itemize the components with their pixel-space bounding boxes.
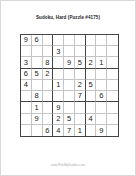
cell-r2c8 [96,46,107,57]
cell-r3c2 [32,57,43,68]
cell-r5c2 [32,80,43,91]
cell-r1c5 [64,35,75,46]
cell-r7c8 [96,102,107,113]
cell-r5c3 [43,80,54,91]
cell-r3c8: 1 [96,57,107,68]
cell-r6c7 [86,91,97,102]
cell-r7c5 [64,102,75,113]
cell-r7c4: 9 [53,102,64,113]
cell-r9c8: 9 [96,125,107,136]
cell-r8c5: 5 [64,114,75,125]
puzzle-title: Sudoku, Hard (Puzzle #4175) [1,15,135,20]
cell-r6c2: 8 [32,91,43,102]
cell-r3c9 [107,57,118,68]
cell-r4c8 [96,69,107,80]
cell-r2c3 [43,46,54,57]
cell-r9c7 [86,125,97,136]
cell-r6c6: 7 [75,91,86,102]
cell-r2c7 [86,46,97,57]
cell-r1c2: 6 [32,35,43,46]
cell-r3c3: 8 [43,57,54,68]
cell-r7c3 [43,102,54,113]
cell-r2c6 [75,46,86,57]
cell-r5c6: 2 [75,80,86,91]
cell-r2c1 [21,46,32,57]
cell-r6c5 [64,91,75,102]
cell-r4c4 [53,69,64,80]
cell-r7c1 [21,102,32,113]
cell-r8c7: 4 [86,114,97,125]
cell-r9c4: 4 [53,125,64,136]
cell-r1c8 [96,35,107,46]
cell-r5c9 [107,80,118,91]
page: Sudoku, Hard (Puzzle #4175) 963389521652… [0,0,136,176]
cell-r1c3 [43,35,54,46]
cell-r8c9 [107,114,118,125]
cell-r8c3 [43,114,54,125]
cell-r7c7 [86,102,97,113]
cell-r2c9 [107,46,118,57]
cell-r6c9 [107,91,118,102]
cell-r1c9 [107,35,118,46]
cell-r5c1: 4 [21,80,32,91]
cell-r9c5: 7 [64,125,75,136]
cell-r4c7 [86,69,97,80]
cell-r1c6 [75,35,86,46]
cell-r8c8 [96,114,107,125]
cell-r8c2: 9 [32,114,43,125]
cell-r9c3: 6 [43,125,54,136]
cell-r1c4 [53,35,64,46]
cell-r2c2 [32,46,43,57]
cell-r2c5 [64,46,75,57]
cell-r9c1 [21,125,32,136]
cell-r6c3 [43,91,54,102]
cell-r3c7: 2 [86,57,97,68]
cell-r7c6 [75,102,86,113]
cell-r9c9 [107,125,118,136]
cell-r1c7 [86,35,97,46]
cell-r7c9 [107,102,118,113]
cell-r3c6: 5 [75,57,86,68]
cell-r9c6: 1 [75,125,86,136]
cell-r3c4 [53,57,64,68]
cell-r1c1: 9 [21,35,32,46]
cell-r2c4: 3 [53,46,64,57]
cell-r4c9 [107,69,118,80]
cell-r4c3: 2 [43,69,54,80]
cell-r4c6 [75,69,86,80]
cell-r8c6 [75,114,86,125]
cell-r5c4: 1 [53,80,64,91]
cell-r5c8 [96,80,107,91]
footer-url: www.PrintMySudoku.com [1,163,135,167]
cell-r7c2: 1 [32,102,43,113]
cell-r5c7: 5 [86,80,97,91]
cell-r4c1: 6 [21,69,32,80]
cell-r8c1 [21,114,32,125]
cell-r4c5 [64,69,75,80]
cell-r6c4 [53,91,64,102]
sudoku-board: 963389521652412587619925464719 [20,34,119,137]
cell-r9c2 [32,125,43,136]
cell-r4c2: 5 [32,69,43,80]
cell-r8c4: 2 [53,114,64,125]
cell-r3c1: 3 [21,57,32,68]
cell-r6c8: 6 [96,91,107,102]
cell-r6c1 [21,91,32,102]
cell-r5c5 [64,80,75,91]
cell-r3c5: 9 [64,57,75,68]
